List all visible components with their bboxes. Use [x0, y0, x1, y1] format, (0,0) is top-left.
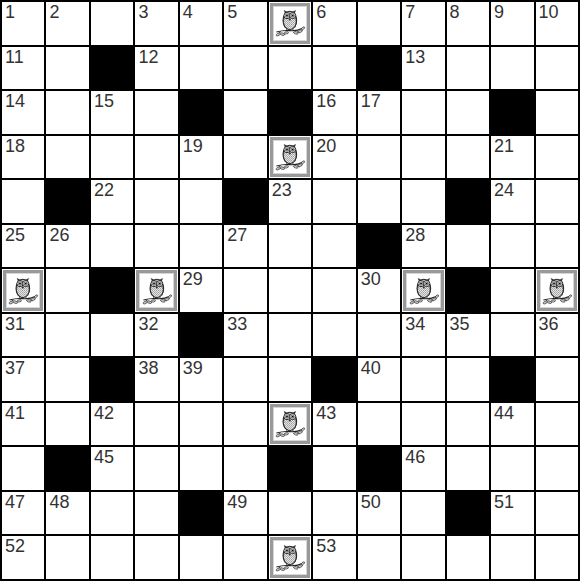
owl-cell-r7c1[interactable]	[2, 269, 44, 312]
black-cell-r8c5	[180, 314, 222, 357]
cell-r5c1[interactable]	[2, 180, 44, 223]
owl-cell-r4c7[interactable]	[269, 136, 311, 179]
cell-r1c13[interactable]: 10	[536, 2, 578, 45]
owl-icon	[408, 275, 440, 307]
clue-number: 36	[539, 314, 559, 335]
black-cell-r5c6	[224, 180, 266, 223]
cell-r4c8[interactable]: 20	[313, 136, 355, 179]
cell-r1c11[interactable]: 8	[447, 2, 489, 45]
cell-r3c3[interactable]: 15	[91, 91, 133, 134]
cell-r10c2[interactable]	[46, 403, 88, 446]
cell-r2c13[interactable]	[536, 47, 578, 90]
cell-r11c5[interactable]	[180, 447, 222, 490]
cell-r1c2[interactable]: 2	[46, 2, 88, 45]
cell-r11c13[interactable]	[536, 447, 578, 490]
cell-r3c10[interactable]	[402, 91, 444, 134]
clue-number: 27	[227, 225, 247, 246]
cell-r13c13[interactable]	[536, 536, 578, 579]
black-cell-r2c9	[358, 47, 400, 90]
crossword-board: 12345 678910111213141516171819	[0, 0, 580, 581]
clue-number: 47	[5, 492, 25, 513]
cell-r2c4[interactable]: 12	[135, 47, 177, 90]
cell-r11c11[interactable]	[447, 447, 489, 490]
cell-r12c1[interactable]: 47	[2, 492, 44, 535]
cell-r1c12[interactable]: 9	[491, 2, 533, 45]
cell-r5c3[interactable]: 22	[91, 180, 133, 223]
cell-r2c12[interactable]	[491, 47, 533, 90]
cell-r8c9[interactable]	[358, 314, 400, 357]
cell-r13c8[interactable]: 53	[313, 536, 355, 579]
cell-r12c9[interactable]: 50	[358, 492, 400, 535]
black-cell-r9c12	[491, 358, 533, 401]
clue-number: 13	[405, 47, 425, 68]
black-cell-r5c2	[46, 180, 88, 223]
cell-r3c13[interactable]	[536, 91, 578, 134]
black-cell-r7c11	[447, 269, 489, 312]
cell-r9c10[interactable]	[402, 358, 444, 401]
cell-r4c10[interactable]	[402, 136, 444, 179]
owl-icon	[274, 408, 306, 440]
clue-number: 39	[183, 358, 203, 379]
clue-number: 9	[494, 2, 504, 23]
black-cell-r3c7	[269, 91, 311, 134]
owl-image-frame	[537, 270, 577, 311]
clue-number: 5	[227, 2, 237, 23]
clue-number: 40	[361, 358, 381, 379]
cell-r12c7[interactable]	[269, 492, 311, 535]
cell-r2c10[interactable]: 13	[402, 47, 444, 90]
cell-r6c4[interactable]	[135, 225, 177, 268]
clue-number: 31	[5, 314, 25, 335]
cell-r6c2[interactable]: 26	[46, 225, 88, 268]
cell-r10c4[interactable]	[135, 403, 177, 446]
cell-r5c7[interactable]: 23	[269, 180, 311, 223]
cell-r8c7[interactable]	[269, 314, 311, 357]
cell-r7c5[interactable]: 29	[180, 269, 222, 312]
cell-r11c6[interactable]	[224, 447, 266, 490]
cell-r1c6[interactable]: 5	[224, 2, 266, 45]
cell-r8c1[interactable]: 31	[2, 314, 44, 357]
clue-number: 46	[405, 447, 425, 468]
black-cell-r9c8	[313, 358, 355, 401]
cell-r12c6[interactable]: 49	[224, 492, 266, 535]
owl-cell-r7c13[interactable]	[536, 269, 578, 312]
clue-number: 19	[183, 136, 203, 157]
owl-image-frame	[3, 270, 43, 311]
cell-r3c11[interactable]	[447, 91, 489, 134]
clue-number: 29	[183, 269, 203, 290]
owl-image-frame	[270, 137, 310, 178]
cell-r11c1[interactable]	[2, 447, 44, 490]
cell-r8c4[interactable]: 32	[135, 314, 177, 357]
clue-number: 18	[5, 136, 25, 157]
black-cell-r3c12	[491, 91, 533, 134]
cell-r13c1[interactable]: 52	[2, 536, 44, 579]
cell-r11c12[interactable]	[491, 447, 533, 490]
cell-r10c11[interactable]	[447, 403, 489, 446]
cell-r13c4[interactable]	[135, 536, 177, 579]
cell-r6c1[interactable]: 25	[2, 225, 44, 268]
owl-image-frame	[403, 270, 443, 311]
cell-r1c5[interactable]: 4	[180, 2, 222, 45]
black-cell-r7c3	[91, 269, 133, 312]
clue-number: 25	[5, 225, 25, 246]
cell-r3c4[interactable]	[135, 91, 177, 134]
cell-r12c4[interactable]	[135, 492, 177, 535]
black-cell-r3c5	[180, 91, 222, 134]
clue-number: 53	[316, 536, 336, 557]
cell-r9c11[interactable]	[447, 358, 489, 401]
cell-r12c8[interactable]	[313, 492, 355, 535]
clue-number: 26	[49, 225, 69, 246]
clue-number: 42	[94, 403, 114, 424]
cell-r12c3[interactable]	[91, 492, 133, 535]
cell-r7c6[interactable]	[224, 269, 266, 312]
cell-r4c1[interactable]: 18	[2, 136, 44, 179]
cell-r3c2[interactable]	[46, 91, 88, 134]
cell-r5c12[interactable]: 24	[491, 180, 533, 223]
clue-number: 6	[316, 2, 326, 23]
cell-r4c9[interactable]	[358, 136, 400, 179]
owl-icon	[274, 7, 306, 39]
clue-number: 50	[361, 492, 381, 513]
clue-number: 37	[5, 358, 25, 379]
cell-r4c5[interactable]: 19	[180, 136, 222, 179]
clue-number: 21	[494, 136, 514, 157]
cell-r10c13[interactable]	[536, 403, 578, 446]
cell-r2c1[interactable]: 11	[2, 47, 44, 90]
cell-r5c13[interactable]	[536, 180, 578, 223]
cell-r13c6[interactable]	[224, 536, 266, 579]
cell-r9c7[interactable]	[269, 358, 311, 401]
clue-number: 49	[227, 492, 247, 513]
clue-number: 34	[405, 314, 425, 335]
cell-r1c8[interactable]: 6	[313, 2, 355, 45]
cell-r9c6[interactable]	[224, 358, 266, 401]
black-cell-r5c11	[447, 180, 489, 223]
cell-r6c3[interactable]	[91, 225, 133, 268]
cell-r5c10[interactable]	[402, 180, 444, 223]
clue-number: 38	[138, 358, 158, 379]
cell-r3c9[interactable]: 17	[358, 91, 400, 134]
cell-r2c7[interactable]	[269, 47, 311, 90]
cell-r10c8[interactable]: 43	[313, 403, 355, 446]
clue-number: 22	[94, 180, 114, 201]
clue-number: 23	[272, 180, 292, 201]
cell-r9c9[interactable]: 40	[358, 358, 400, 401]
cell-r11c8[interactable]	[313, 447, 355, 490]
cell-r7c2[interactable]	[46, 269, 88, 312]
cell-r9c5[interactable]: 39	[180, 358, 222, 401]
cell-r13c12[interactable]	[491, 536, 533, 579]
owl-icon	[141, 275, 173, 307]
clue-number: 44	[494, 403, 514, 424]
clue-number: 35	[450, 314, 470, 335]
cell-r10c12[interactable]: 44	[491, 403, 533, 446]
owl-icon	[541, 275, 573, 307]
cell-r4c2[interactable]	[46, 136, 88, 179]
owl-icon	[274, 542, 306, 574]
clue-number: 43	[316, 403, 336, 424]
cell-r1c9[interactable]	[358, 2, 400, 45]
black-cell-r6c9	[358, 225, 400, 268]
cell-r6c10[interactable]: 28	[402, 225, 444, 268]
clue-number: 52	[5, 536, 25, 557]
black-cell-r2c3	[91, 47, 133, 90]
cell-r9c13[interactable]	[536, 358, 578, 401]
clue-number: 7	[405, 2, 415, 23]
clue-number: 8	[450, 2, 460, 23]
cell-r9c1[interactable]: 37	[2, 358, 44, 401]
cell-r9c4[interactable]: 38	[135, 358, 177, 401]
black-cell-r12c11	[447, 492, 489, 535]
cell-r3c6[interactable]	[224, 91, 266, 134]
cell-r2c5[interactable]	[180, 47, 222, 90]
clue-number: 4	[183, 2, 193, 23]
cell-r6c6[interactable]: 27	[224, 225, 266, 268]
black-cell-r11c2	[46, 447, 88, 490]
owl-cell-r7c4[interactable]	[135, 269, 177, 312]
cell-r10c1[interactable]: 41	[2, 403, 44, 446]
cell-r4c4[interactable]	[135, 136, 177, 179]
cell-r5c5[interactable]	[180, 180, 222, 223]
cell-r2c6[interactable]	[224, 47, 266, 90]
cell-r7c8[interactable]	[313, 269, 355, 312]
cell-r1c10[interactable]: 7	[402, 2, 444, 45]
cell-r12c10[interactable]	[402, 492, 444, 535]
clue-number: 32	[138, 314, 158, 335]
clue-number: 41	[5, 403, 25, 424]
cell-r5c8[interactable]	[313, 180, 355, 223]
black-cell-r12c5	[180, 492, 222, 535]
cell-r6c13[interactable]	[536, 225, 578, 268]
clue-number: 30	[361, 269, 381, 290]
black-cell-r9c3	[91, 358, 133, 401]
cell-r8c13[interactable]: 36	[536, 314, 578, 357]
cell-r12c12[interactable]: 51	[491, 492, 533, 535]
cell-r6c8[interactable]	[313, 225, 355, 268]
cell-r1c4[interactable]: 3	[135, 2, 177, 45]
black-cell-r11c9	[358, 447, 400, 490]
cell-r5c9[interactable]	[358, 180, 400, 223]
owl-icon	[7, 275, 39, 307]
owl-image-frame	[270, 537, 310, 578]
owl-image-frame	[270, 3, 310, 44]
cell-r8c11[interactable]: 35	[447, 314, 489, 357]
clue-number: 3	[138, 2, 148, 23]
clue-number: 15	[94, 91, 114, 112]
clue-number: 16	[316, 91, 336, 112]
cell-r12c2[interactable]: 48	[46, 492, 88, 535]
cell-r6c5[interactable]	[180, 225, 222, 268]
clue-number: 48	[49, 492, 69, 513]
clue-number: 10	[539, 2, 559, 23]
cell-r4c11[interactable]	[447, 136, 489, 179]
cell-r3c1[interactable]: 14	[2, 91, 44, 134]
cell-r7c12[interactable]	[491, 269, 533, 312]
cell-r10c10[interactable]	[402, 403, 444, 446]
clue-number: 45	[94, 447, 114, 468]
cell-r7c9[interactable]: 30	[358, 269, 400, 312]
owl-cell-r1c7[interactable]	[269, 2, 311, 45]
clue-number: 24	[494, 180, 514, 201]
cell-r11c4[interactable]	[135, 447, 177, 490]
clue-number: 1	[5, 2, 15, 23]
cell-r8c8[interactable]	[313, 314, 355, 357]
cell-r8c12[interactable]	[491, 314, 533, 357]
cell-r6c7[interactable]	[269, 225, 311, 268]
cell-r4c3[interactable]	[91, 136, 133, 179]
clue-number: 17	[361, 91, 381, 112]
cell-r8c3[interactable]	[91, 314, 133, 357]
clue-number: 2	[49, 2, 59, 23]
owl-icon	[274, 141, 306, 173]
owl-cell-r7c10[interactable]	[402, 269, 444, 312]
cell-r10c6[interactable]	[224, 403, 266, 446]
cell-r11c10[interactable]: 46	[402, 447, 444, 490]
black-cell-r11c7	[269, 447, 311, 490]
clue-number: 12	[138, 47, 158, 68]
cell-r10c9[interactable]	[358, 403, 400, 446]
clue-number: 11	[5, 47, 24, 68]
cell-r13c2[interactable]	[46, 536, 88, 579]
owl-image-frame	[270, 404, 310, 445]
cell-r8c6[interactable]: 33	[224, 314, 266, 357]
cell-r2c11[interactable]	[447, 47, 489, 90]
cell-r10c3[interactable]: 42	[91, 403, 133, 446]
cell-r5c4[interactable]	[135, 180, 177, 223]
cell-r13c11[interactable]	[447, 536, 489, 579]
cell-r9c2[interactable]	[46, 358, 88, 401]
cell-r10c5[interactable]	[180, 403, 222, 446]
cell-r6c12[interactable]	[491, 225, 533, 268]
cell-r4c6[interactable]	[224, 136, 266, 179]
clue-number: 14	[5, 91, 25, 112]
clue-number: 28	[405, 225, 425, 246]
cell-r13c5[interactable]	[180, 536, 222, 579]
cell-r11c3[interactable]: 45	[91, 447, 133, 490]
cell-r2c2[interactable]	[46, 47, 88, 90]
cell-r13c9[interactable]	[358, 536, 400, 579]
cell-r4c13[interactable]	[536, 136, 578, 179]
cell-r1c1[interactable]: 1	[2, 2, 44, 45]
owl-cell-r13c7[interactable]	[269, 536, 311, 579]
cell-r6c11[interactable]	[447, 225, 489, 268]
clue-number: 51	[494, 492, 514, 513]
cell-r2c8[interactable]	[313, 47, 355, 90]
clue-number: 20	[316, 136, 336, 157]
cell-r4c12[interactable]: 21	[491, 136, 533, 179]
clue-number: 33	[227, 314, 247, 335]
cell-r12c13[interactable]	[536, 492, 578, 535]
cell-r3c8[interactable]: 16	[313, 91, 355, 134]
cell-r7c7[interactable]	[269, 269, 311, 312]
cell-r8c10[interactable]: 34	[402, 314, 444, 357]
owl-cell-r10c7[interactable]	[269, 403, 311, 446]
cell-r13c3[interactable]	[91, 536, 133, 579]
cell-r8c2[interactable]	[46, 314, 88, 357]
cell-r13c10[interactable]	[402, 536, 444, 579]
cell-r1c3[interactable]	[91, 2, 133, 45]
owl-image-frame	[136, 270, 176, 311]
